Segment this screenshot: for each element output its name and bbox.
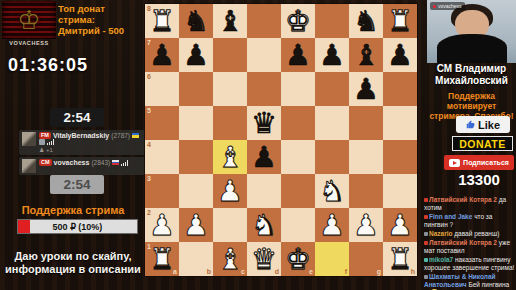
material-count: ♟ +1 [39, 146, 142, 153]
square-d3[interactable] [247, 174, 281, 208]
square-b8[interactable]: ♞ [179, 4, 213, 38]
piece-white-pawn: ♟ [315, 208, 349, 242]
square-a4[interactable]: 4 [145, 140, 179, 174]
square-c3[interactable]: ♟ [213, 174, 247, 208]
square-e3[interactable] [281, 174, 315, 208]
stream-timer: 01:36:05 [8, 55, 88, 76]
square-b6[interactable] [179, 72, 213, 106]
title-badge: FM [39, 132, 51, 139]
square-h8[interactable]: ♜ [383, 4, 417, 38]
avatar [22, 159, 36, 173]
streamer-name: СМ Владимир Михайловский [427, 63, 516, 87]
file-label: e [309, 268, 313, 275]
square-g6[interactable]: ♟ [349, 72, 383, 106]
piece-black-knight: ♞ [349, 4, 383, 38]
square-h3[interactable] [383, 174, 417, 208]
file-label: c [241, 268, 245, 275]
chat-user-badge-icon [424, 275, 428, 279]
chat-user-badge-icon [424, 258, 428, 262]
square-b3[interactable] [179, 174, 213, 208]
chat-username[interactable]: Латвийский Котяра 2 [429, 239, 499, 246]
square-d6[interactable] [247, 72, 281, 106]
logo-caption: VOVACHESS [2, 40, 56, 46]
rank-label: 3 [147, 175, 151, 182]
square-f8[interactable] [315, 4, 349, 38]
channel-logo: ♔ VOVACHESS [2, 1, 56, 49]
square-e2[interactable] [281, 208, 315, 242]
player-panel: FM VitalyBernadskiy (2787) ♟ +1 CM vovac… [19, 130, 145, 177]
live-dot-icon [433, 5, 436, 8]
connection-icon [121, 160, 129, 166]
square-b4[interactable] [179, 140, 213, 174]
square-e8[interactable]: ♚ [281, 4, 315, 38]
piece-black-queen: ♛ [247, 106, 281, 140]
square-c4[interactable]: ♝ [213, 140, 247, 174]
square-d1[interactable]: d♛ [247, 242, 281, 276]
square-a7[interactable]: 7♟ [145, 38, 179, 72]
chess-board[interactable]: 8♜♞♝♚♞♜7♟♟♟♟♝♟6♟5♛4♝♟3♟♞2♟♟♞♟♟♟1a♜bc♝d♛e… [145, 4, 417, 276]
square-f6[interactable] [315, 72, 349, 106]
subscribe-button[interactable]: Подписаться [444, 155, 514, 170]
chat-message: Шахматы & Николай Анатольевич Бей пингви… [424, 273, 515, 290]
square-f3[interactable]: ♞ [315, 174, 349, 208]
rank-label: 2 [147, 209, 151, 216]
player-row-opponent[interactable]: FM VitalyBernadskiy (2787) ♟ +1 [19, 130, 145, 155]
chat-text: давай реванш) [454, 230, 499, 237]
piece-black-pawn: ♟ [281, 38, 315, 72]
chat-user-badge-icon [424, 198, 428, 202]
file-label: h [411, 268, 415, 275]
streamer-clock: 2:54 [50, 175, 104, 194]
piece-white-king: ♚ [281, 4, 315, 38]
square-d8[interactable] [247, 4, 281, 38]
square-d2[interactable]: ♞ [247, 208, 281, 242]
ukraine-flag-icon [132, 133, 139, 138]
piece-white-pawn: ♟ [213, 174, 247, 208]
piece-black-bishop: ♝ [213, 4, 247, 38]
piece-white-pawn: ♟ [383, 208, 417, 242]
square-f2[interactable]: ♟ [315, 208, 349, 242]
chat-text: Бей пингвина [468, 281, 509, 288]
square-c2[interactable] [213, 208, 247, 242]
top-donation-text: Топ донат стрима: Дмитрий - 500 [58, 3, 144, 36]
square-b5[interactable] [179, 106, 213, 140]
donate-button[interactable]: DONATE [452, 136, 513, 151]
title-badge: CM [39, 159, 52, 166]
chat-message: Nazario давай реванш) [424, 230, 515, 238]
square-h6[interactable] [383, 72, 417, 106]
square-g8[interactable]: ♞ [349, 4, 383, 38]
square-h5[interactable] [383, 106, 417, 140]
donate-label: DONATE [459, 138, 506, 150]
piece-black-pawn: ♟ [179, 38, 213, 72]
player-name: vovachess [54, 159, 90, 166]
square-g5[interactable] [349, 106, 383, 140]
square-f1[interactable]: f [315, 242, 349, 276]
chat-username[interactable]: Nazario [429, 230, 454, 237]
piece-white-knight: ♞ [315, 174, 349, 208]
square-c7[interactable] [213, 38, 247, 72]
piece-white-knight: ♞ [247, 208, 281, 242]
avatar [22, 132, 36, 146]
square-h1[interactable]: h♜ [383, 242, 417, 276]
square-e6[interactable] [281, 72, 315, 106]
square-f7[interactable]: ♟ [315, 38, 349, 72]
top-donation-line2: Дмитрий - 500 [58, 25, 144, 36]
chess-king-icon: ♔ [2, 3, 56, 37]
square-b7[interactable]: ♟ [179, 38, 213, 72]
square-e7[interactable]: ♟ [281, 38, 315, 72]
subscribe-label: Подписаться [463, 159, 509, 166]
piece-black-pawn: ♟ [349, 72, 383, 106]
square-c1[interactable]: c♝ [213, 242, 247, 276]
piece-white-pawn: ♟ [349, 208, 383, 242]
file-label: a [173, 268, 177, 275]
square-f4[interactable] [315, 140, 349, 174]
chat-user-badge-icon [424, 215, 428, 219]
square-h4[interactable] [383, 140, 417, 174]
player-name: VitalyBernadskiy [53, 132, 109, 139]
player-rating: (2787) [111, 132, 130, 139]
file-label: f [345, 268, 347, 275]
shield-icon [39, 139, 45, 145]
chat-user-badge-icon [424, 241, 428, 245]
file-label: b [207, 268, 211, 275]
square-h2[interactable]: ♟ [383, 208, 417, 242]
chat-message: Латвийский Котяра 2 уже мат поставил [424, 239, 515, 255]
chat-username[interactable]: Латвийский Котяра 2 [429, 196, 499, 203]
lessons-info: Даю уроки по скайпу, информация в описан… [0, 250, 146, 276]
square-a2[interactable]: 2♟ [145, 208, 179, 242]
chat-username[interactable]: Finn and Jake [429, 213, 474, 220]
chat-username[interactable]: mikola7 [429, 256, 455, 263]
subscriber-count: 13300 [444, 171, 514, 188]
like-label: Like [478, 119, 500, 131]
file-label: g [377, 268, 381, 275]
russia-flag-icon [112, 160, 119, 165]
rank-label: 7 [147, 39, 151, 46]
chat-message: Finn and Jake что за пингвин ? [424, 213, 515, 229]
piece-white-rook: ♜ [383, 4, 417, 38]
connection-icon [47, 139, 55, 145]
piece-black-pawn: ♟ [315, 38, 349, 72]
like-button[interactable]: Like [456, 116, 510, 133]
square-g4[interactable] [349, 140, 383, 174]
square-d5[interactable]: ♛ [247, 106, 281, 140]
piece-white-pawn: ♟ [179, 208, 213, 242]
square-g2[interactable]: ♟ [349, 208, 383, 242]
square-d7[interactable] [247, 38, 281, 72]
rank-label: 4 [147, 141, 151, 148]
square-g7[interactable]: ♝ [349, 38, 383, 72]
player-row-streamer[interactable]: CM vovachess (2843) [19, 157, 145, 175]
rank-label: 1 [147, 243, 151, 250]
square-e4[interactable] [281, 140, 315, 174]
live-stream-badge: vovachess [430, 2, 465, 10]
opponent-clock: 2:54 [50, 108, 104, 127]
rank-label: 8 [147, 5, 151, 12]
square-b2[interactable]: ♟ [179, 208, 213, 242]
square-d4[interactable]: ♟ [247, 140, 281, 174]
chat-message: mikola7 наказать пингвину хорошее заверш… [424, 256, 515, 272]
chat-user-badge-icon [424, 232, 428, 236]
top-donation-line1: Топ донат стрима: [58, 3, 144, 25]
square-a1[interactable]: 1a♜ [145, 242, 179, 276]
piece-black-bishop: ♝ [349, 38, 383, 72]
square-a3[interactable]: 3 [145, 174, 179, 208]
donation-progress-bar: 500 ₽ (10%) [17, 219, 138, 234]
square-c6[interactable] [213, 72, 247, 106]
chat-list[interactable]: Латвийский Котяра 2 да хотим Finn and Ja… [424, 196, 515, 290]
thumbs-up-icon [466, 120, 475, 129]
youtube-play-icon [449, 159, 460, 167]
donation-progress-label: 500 ₽ (10%) [18, 220, 137, 233]
stream-screen: ♔ VOVACHESS Топ донат стрима: Дмитрий - … [0, 0, 516, 290]
player-rating: (2843) [91, 159, 110, 166]
piece-black-pawn: ♟ [383, 38, 417, 72]
square-e1[interactable]: e♚ [281, 242, 315, 276]
logo-art: ♔ [2, 1, 56, 39]
square-c8[interactable]: ♝ [213, 4, 247, 38]
square-b1[interactable]: b [179, 242, 213, 276]
square-f5[interactable] [315, 106, 349, 140]
rank-label: 6 [147, 73, 151, 80]
chat-message: Латвийский Котяра 2 да хотим [424, 196, 515, 212]
square-e5[interactable] [281, 106, 315, 140]
support-heading: Поддержка стрима [0, 204, 146, 216]
square-g1[interactable]: g [349, 242, 383, 276]
square-a8[interactable]: 8♜ [145, 4, 179, 38]
square-a6[interactable]: 6 [145, 72, 179, 106]
square-c5[interactable] [213, 106, 247, 140]
file-label: d [275, 268, 279, 275]
piece-black-pawn: ♟ [247, 140, 281, 174]
square-g3[interactable] [349, 174, 383, 208]
piece-black-knight: ♞ [179, 4, 213, 38]
square-h7[interactable]: ♟ [383, 38, 417, 72]
webcam-feed: vovachess [427, 0, 516, 63]
square-a5[interactable]: 5 [145, 106, 179, 140]
rank-label: 5 [147, 107, 151, 114]
piece-white-bishop: ♝ [213, 140, 247, 174]
